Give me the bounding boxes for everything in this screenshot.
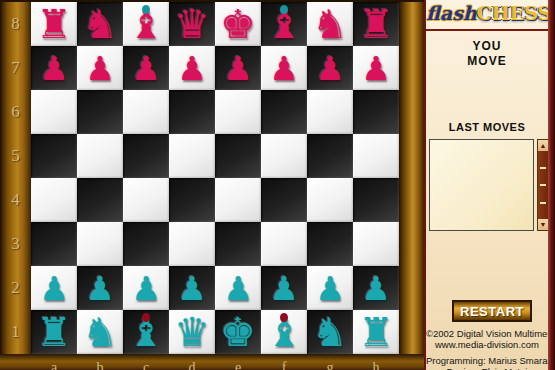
square-c2[interactable]: ♟ [123,266,169,310]
square-h6[interactable] [353,90,399,134]
file-label-f: f [261,360,307,370]
restart-button[interactable]: RESTART [452,300,532,322]
file-label-h: h [353,360,399,370]
file-labels: abcdefgh [31,360,399,370]
scroll-up-button[interactable]: ▲ [538,140,548,151]
piece-red-pawn[interactable]: ♟ [39,52,69,85]
bishop-top-accent [142,5,150,14]
square-b3[interactable] [77,222,123,266]
piece-teal-pawn[interactable]: ♟ [223,272,253,305]
square-f1[interactable]: ♝ [261,310,307,354]
rank-label-4: 4 [0,178,31,222]
piece-teal-pawn[interactable]: ♟ [177,272,207,305]
square-e2[interactable]: ♟ [215,266,261,310]
scrollbar-dash [540,202,546,204]
piece-teal-rook[interactable]: ♜ [36,312,72,352]
piece-red-pawn[interactable]: ♟ [223,52,253,85]
square-d8[interactable]: ♛ [169,2,215,46]
piece-red-knight[interactable]: ♞ [82,4,118,44]
file-label-d: d [169,360,215,370]
rank-label-2: 2 [0,266,31,310]
square-g1[interactable]: ♞ [307,310,353,354]
square-b2[interactable]: ♟ [77,266,123,310]
last-moves-label: LAST MOVES [426,121,548,133]
square-a7[interactable]: ♟ [31,46,77,90]
square-h3[interactable] [353,222,399,266]
side-panel: flashCHESS YOU MOVE LAST MOVES ▲ ▼ RESTA… [424,0,548,370]
piece-teal-knight[interactable]: ♞ [312,312,348,352]
square-h4[interactable] [353,178,399,222]
square-g3[interactable] [307,222,353,266]
square-b1[interactable]: ♞ [77,310,123,354]
panel-right-border [548,0,555,370]
piece-red-knight[interactable]: ♞ [312,4,348,44]
rank-label-1: 1 [0,310,31,354]
piece-teal-queen[interactable]: ♛ [174,312,210,352]
square-f5[interactable] [261,134,307,178]
square-h1[interactable]: ♜ [353,310,399,354]
square-c3[interactable] [123,222,169,266]
piece-red-queen[interactable]: ♛ [174,4,210,44]
square-a3[interactable] [31,222,77,266]
rank-label-8: 8 [0,2,31,46]
square-b7[interactable]: ♟ [77,46,123,90]
square-b5[interactable] [77,134,123,178]
square-h8[interactable]: ♜ [353,2,399,46]
square-a1[interactable]: ♜ [31,310,77,354]
square-d2[interactable]: ♟ [169,266,215,310]
scrollbar-dash [540,167,546,169]
square-c8[interactable]: ♝ [123,2,169,46]
square-g8[interactable]: ♞ [307,2,353,46]
piece-red-pawn[interactable]: ♟ [131,52,161,85]
scrollbar-dash [540,184,546,186]
square-f6[interactable] [261,90,307,134]
square-f8[interactable]: ♝ [261,2,307,46]
square-b4[interactable] [77,178,123,222]
scroll-up-icon: ▲ [540,142,547,149]
square-a8[interactable]: ♜ [31,2,77,46]
square-d1[interactable]: ♛ [169,310,215,354]
square-d7[interactable]: ♟ [169,46,215,90]
file-label-e: e [215,360,261,370]
square-h7[interactable]: ♟ [353,46,399,90]
scroll-down-button[interactable]: ▼ [538,219,548,230]
square-a5[interactable] [31,134,77,178]
square-e8[interactable]: ♚ [215,2,261,46]
piece-red-rook[interactable]: ♜ [36,4,72,44]
square-c4[interactable] [123,178,169,222]
piece-red-pawn[interactable]: ♟ [315,52,345,85]
square-d6[interactable] [169,90,215,134]
rank-label-7: 7 [0,46,31,90]
credit-design: Design: Elvis Matei [426,366,548,370]
square-f2[interactable]: ♟ [261,266,307,310]
square-e1[interactable]: ♚ [215,310,261,354]
credit-website: www.media-division.com [426,339,548,350]
piece-teal-king[interactable]: ♚ [220,312,256,352]
logo-flash-text: flash [426,2,477,24]
square-b8[interactable]: ♞ [77,2,123,46]
file-label-a: a [31,360,77,370]
piece-red-rook[interactable]: ♜ [358,4,394,44]
piece-teal-knight[interactable]: ♞ [82,312,118,352]
status-line2: MOVE [426,54,548,69]
square-g6[interactable] [307,90,353,134]
piece-teal-pawn[interactable]: ♟ [131,272,161,305]
square-h2[interactable]: ♟ [353,266,399,310]
piece-teal-pawn[interactable]: ♟ [85,272,115,305]
square-a4[interactable] [31,178,77,222]
square-c1[interactable]: ♝ [123,310,169,354]
square-g7[interactable]: ♟ [307,46,353,90]
turn-status: YOU MOVE [426,39,548,69]
scrollbar-track[interactable] [538,151,548,219]
piece-red-pawn[interactable]: ♟ [361,52,391,85]
chess-board: ♜♞♝♛♚♝♞♜♟♟♟♟♟♟♟♟♟♟♟♟♟♟♟♟♜♞♝♛♚♝♞♜ [31,2,399,354]
square-c5[interactable] [123,134,169,178]
bishop-top-accent [280,313,288,322]
piece-red-pawn[interactable]: ♟ [177,52,207,85]
last-moves-list[interactable] [429,139,534,231]
logo-chess-text: CHESS [477,2,552,24]
file-label-c: c [123,360,169,370]
piece-red-pawn[interactable]: ♟ [269,52,299,85]
square-d5[interactable] [169,134,215,178]
file-label-b: b [77,360,123,370]
flashchess-logo: flashCHESS [426,2,548,24]
bishop-top-accent [280,5,288,14]
scroll-down-icon: ▼ [540,221,547,228]
panel-divider [426,29,548,31]
square-g2[interactable]: ♟ [307,266,353,310]
piece-teal-pawn[interactable]: ♟ [315,272,345,305]
square-g5[interactable] [307,134,353,178]
rank-label-3: 3 [0,222,31,266]
square-g4[interactable] [307,178,353,222]
piece-teal-pawn[interactable]: ♟ [269,272,299,305]
square-f7[interactable]: ♟ [261,46,307,90]
square-e6[interactable] [215,90,261,134]
piece-teal-pawn[interactable]: ♟ [39,272,69,305]
piece-teal-rook[interactable]: ♜ [358,312,394,352]
square-a6[interactable] [31,90,77,134]
bishop-top-accent [142,313,150,322]
square-c7[interactable]: ♟ [123,46,169,90]
piece-red-king[interactable]: ♚ [220,4,256,44]
square-d3[interactable] [169,222,215,266]
credit-copyright: ©2002 Digital Vision Multimedia. [426,328,548,339]
rank-label-6: 6 [0,90,31,134]
status-line1: YOU [426,39,548,54]
rank-labels: 87654321 [0,2,31,354]
flashchess-window: 87654321 abcdefgh ♜♞♝♛♚♝♞♜♟♟♟♟♟♟♟♟♟♟♟♟♟♟… [0,0,555,370]
square-b6[interactable] [77,90,123,134]
square-a2[interactable]: ♟ [31,266,77,310]
square-e7[interactable]: ♟ [215,46,261,90]
square-e5[interactable] [215,134,261,178]
file-label-g: g [307,360,353,370]
square-d4[interactable] [169,178,215,222]
square-c6[interactable] [123,90,169,134]
credit-programming: Programming: Marius Smarandoiu [426,355,548,366]
square-h5[interactable] [353,134,399,178]
piece-teal-pawn[interactable]: ♟ [361,272,391,305]
square-e3[interactable] [215,222,261,266]
square-e4[interactable] [215,178,261,222]
piece-red-pawn[interactable]: ♟ [85,52,115,85]
square-f4[interactable] [261,178,307,222]
board-frame-right [399,0,424,370]
square-f3[interactable] [261,222,307,266]
rank-label-5: 5 [0,134,31,178]
